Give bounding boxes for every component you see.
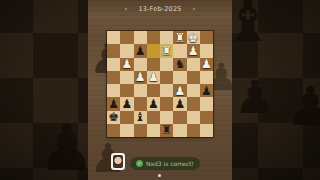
square-f7[interactable]: ♝ — [134, 111, 147, 124]
square-d5[interactable] — [160, 84, 173, 97]
piece-bK-h7[interactable]: ♚ — [108, 111, 119, 123]
square-d3[interactable] — [160, 58, 173, 71]
chess-board: ♜♚♟♜♟♟♞♟♟♟♟♟♟♟♟♟♚♝♜ — [107, 31, 213, 137]
square-e1[interactable] — [147, 31, 160, 44]
square-e3[interactable] — [147, 58, 160, 71]
piece-bP-a5[interactable]: ♟ — [201, 84, 212, 96]
square-f5[interactable] — [134, 84, 147, 97]
square-e6[interactable]: ♟ — [147, 97, 160, 110]
square-g8[interactable] — [120, 124, 133, 137]
square-d6[interactable] — [160, 97, 173, 110]
square-b8[interactable] — [187, 124, 200, 137]
piece-wK-b1[interactable]: ♚ — [188, 31, 199, 43]
square-a8[interactable] — [200, 124, 213, 137]
piece-bN-c3[interactable]: ♞ — [174, 58, 185, 70]
piece-wP-f4[interactable]: ♟ — [135, 71, 146, 83]
piece-bB-f7[interactable]: ♝ — [135, 111, 146, 123]
square-f6[interactable] — [134, 97, 147, 110]
square-a1[interactable] — [200, 31, 213, 44]
square-d2[interactable]: ♜ — [160, 44, 173, 57]
square-c2[interactable] — [173, 44, 186, 57]
piece-bP-e6[interactable]: ♟ — [148, 97, 159, 109]
square-h1[interactable] — [107, 31, 120, 44]
square-g7[interactable] — [120, 111, 133, 124]
square-h8[interactable] — [107, 124, 120, 137]
square-h5[interactable] — [107, 84, 120, 97]
square-e5[interactable] — [147, 84, 160, 97]
square-c5[interactable]: ♟ — [173, 84, 186, 97]
square-f2[interactable]: ♟ — [134, 44, 147, 57]
square-e4[interactable]: ♟ — [147, 71, 160, 84]
square-e2[interactable] — [147, 44, 160, 57]
square-g5[interactable] — [120, 84, 133, 97]
piece-wR-c1[interactable]: ♜ — [174, 31, 185, 43]
square-g3[interactable]: ♟ — [120, 58, 133, 71]
square-b2[interactable]: ♟ — [187, 44, 200, 57]
date-navigation: ‹ 13-Feb-2025 › — [88, 3, 232, 14]
square-h2[interactable] — [107, 44, 120, 57]
square-b6[interactable] — [187, 97, 200, 110]
square-f1[interactable] — [134, 31, 147, 44]
piece-wP-c5[interactable]: ♟ — [174, 84, 185, 96]
piece-bP-c6[interactable]: ♟ — [174, 97, 185, 109]
square-b4[interactable] — [187, 71, 200, 84]
move-feedback-banner: ✓ Nxd3 is correct! — [130, 157, 200, 170]
square-a6[interactable] — [200, 97, 213, 110]
square-c7[interactable] — [173, 111, 186, 124]
piece-wP-b2[interactable]: ♟ — [188, 44, 199, 56]
avatar-face — [113, 155, 123, 168]
square-a5[interactable]: ♟ — [200, 84, 213, 97]
square-b1[interactable]: ♚ — [187, 31, 200, 44]
square-g1[interactable] — [120, 31, 133, 44]
square-a7[interactable] — [200, 111, 213, 124]
phone-screen: ♟ ♟ ♟ ‹ 13-Feb-2025 › ♜♚♟♜♟♟♞♟♟♟♟♟♟♟♟♟♚♝… — [88, 0, 232, 180]
puzzle-date-label: 13-Feb-2025 — [138, 5, 181, 13]
square-g6[interactable]: ♟ — [120, 97, 133, 110]
square-b3[interactable] — [187, 58, 200, 71]
piece-wP-e4[interactable]: ♟ — [148, 71, 159, 83]
square-e7[interactable] — [147, 111, 160, 124]
square-d8[interactable]: ♜ — [160, 124, 173, 137]
piece-bP-g6[interactable]: ♟ — [121, 97, 132, 109]
screenshot-stage: ♝ ♟ ♟ ♟ ♟ ♟ ♟ ‹ 13-Feb-2025 › ♜♚♟♜♟♟♞♟♟♟… — [0, 0, 320, 180]
square-a4[interactable] — [200, 71, 213, 84]
square-d1[interactable] — [160, 31, 173, 44]
previous-day-arrow-icon[interactable]: ‹ — [125, 5, 128, 13]
piece-wR-d2[interactable]: ♜ — [161, 44, 172, 56]
square-c1[interactable]: ♜ — [173, 31, 186, 44]
square-g2[interactable] — [120, 44, 133, 57]
square-h7[interactable]: ♚ — [107, 111, 120, 124]
square-c6[interactable]: ♟ — [173, 97, 186, 110]
square-g4[interactable] — [120, 71, 133, 84]
square-f4[interactable]: ♟ — [134, 71, 147, 84]
square-h6[interactable]: ♟ — [107, 97, 120, 110]
check-icon: ✓ — [136, 160, 143, 167]
square-h3[interactable] — [107, 58, 120, 71]
square-b5[interactable] — [187, 84, 200, 97]
piece-bR-d8[interactable]: ♜ — [161, 124, 172, 136]
square-f3[interactable] — [134, 58, 147, 71]
square-a3[interactable]: ♟ — [200, 58, 213, 71]
progress-dot — [158, 174, 161, 177]
square-d7[interactable] — [160, 111, 173, 124]
next-day-arrow-icon[interactable]: › — [193, 5, 196, 13]
piece-wP-a3[interactable]: ♟ — [201, 58, 212, 70]
square-e8[interactable] — [147, 124, 160, 137]
avatar[interactable] — [111, 153, 125, 170]
square-f8[interactable] — [134, 124, 147, 137]
piece-wP-g3[interactable]: ♟ — [121, 58, 132, 70]
feedback-text: Nxd3 is correct! — [146, 160, 194, 167]
square-a2[interactable] — [200, 44, 213, 57]
piece-bP-h6[interactable]: ♟ — [108, 97, 119, 109]
square-c3[interactable]: ♞ — [173, 58, 186, 71]
square-c4[interactable] — [173, 71, 186, 84]
square-b7[interactable] — [187, 111, 200, 124]
piece-bP-f2[interactable]: ♟ — [135, 44, 146, 56]
square-c8[interactable] — [173, 124, 186, 137]
square-h4[interactable] — [107, 71, 120, 84]
square-d4[interactable] — [160, 71, 173, 84]
